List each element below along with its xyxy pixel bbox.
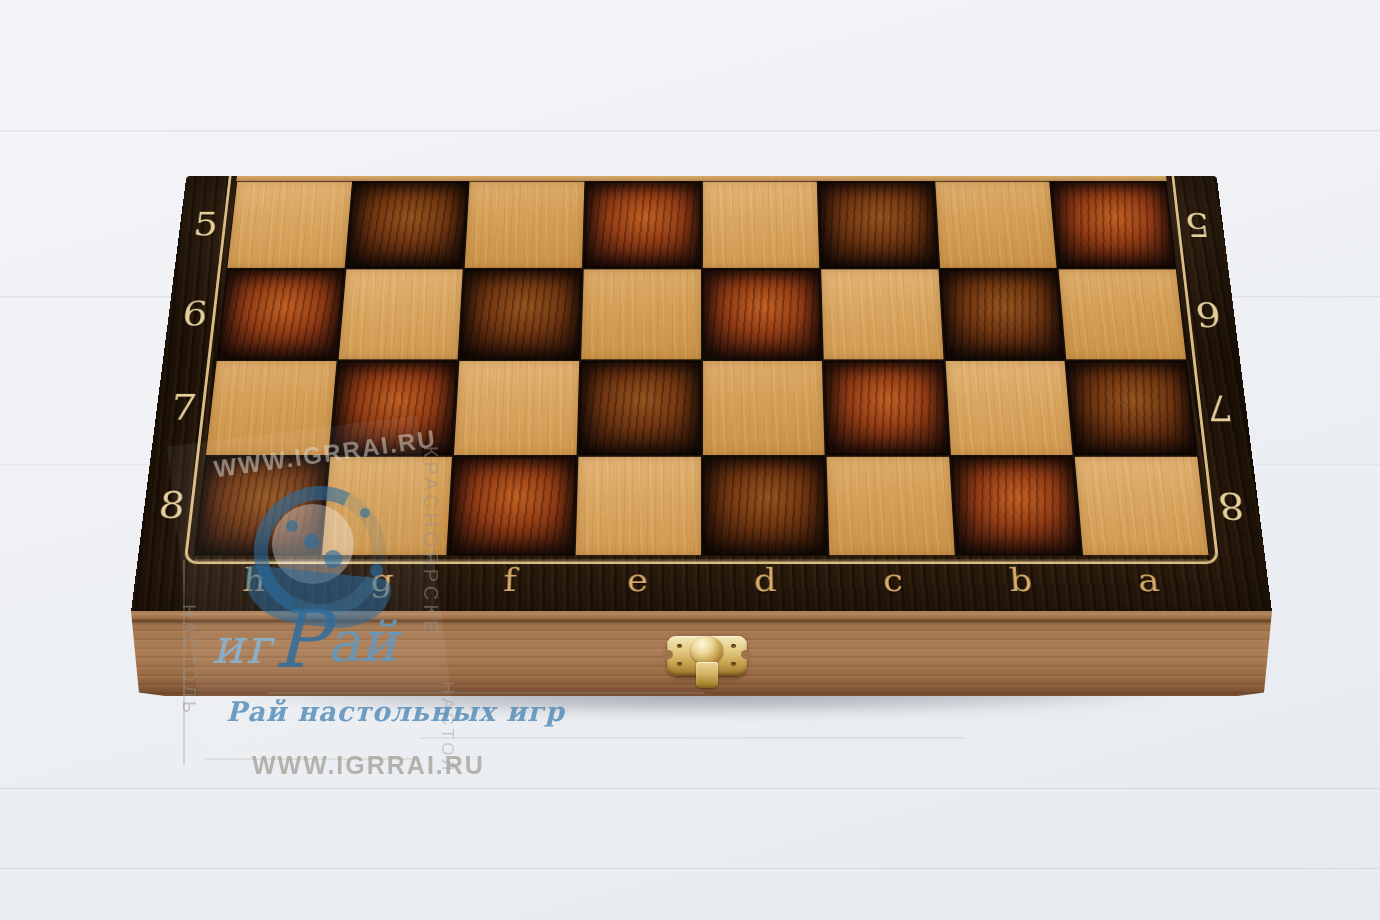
clasp-hole [731, 644, 736, 648]
square-b6 [940, 269, 1065, 359]
square-a7 [1067, 361, 1197, 455]
chess-box-lid: 5678 5678 hgfedcba [131, 176, 1272, 612]
square-c8 [827, 457, 955, 555]
board-frame-bottom: hgfedcba [131, 556, 1272, 612]
file-label-c: c [829, 561, 959, 612]
chess-board: 5678 5678 hgfedcba [131, 176, 1272, 612]
clasp-hole [677, 662, 682, 666]
file-label-e: e [573, 561, 702, 612]
square-g5 [346, 182, 468, 268]
rank-label-right-5: 5 [1167, 181, 1229, 269]
clasp-notch [663, 650, 673, 659]
clasp-notch [741, 650, 751, 659]
square-h5 [227, 182, 351, 268]
clasp-dome [691, 636, 723, 664]
square-h8 [194, 457, 327, 555]
board-squares [193, 181, 1209, 556]
file-label-g: g [316, 561, 448, 612]
file-label-h: h [187, 561, 320, 612]
rank-label-right-8: 8 [1198, 456, 1265, 556]
square-a8 [1075, 457, 1208, 555]
square-a6 [1059, 269, 1186, 359]
clasp-tab [696, 662, 718, 688]
square-e8 [575, 457, 700, 555]
square-g7 [330, 361, 458, 455]
square-f6 [460, 269, 582, 359]
square-e6 [581, 269, 701, 359]
file-label-d: d [702, 561, 831, 612]
square-c6 [821, 269, 943, 359]
clasp-hole [731, 662, 736, 666]
photo-scene: 5678 5678 hgfedcba WWW.IGRRAI.RU КРАС [0, 0, 1380, 920]
rank-label-right-6: 6 [1177, 269, 1240, 361]
watermark-frame-line [420, 737, 965, 739]
square-c7 [824, 361, 949, 455]
square-b8 [951, 457, 1082, 555]
square-h7 [206, 361, 336, 455]
file-label-b: b [956, 561, 1088, 612]
square-a5 [1051, 182, 1175, 268]
square-f8 [448, 457, 576, 555]
square-f7 [454, 361, 579, 455]
table-plank-line [0, 868, 1380, 871]
square-h6 [217, 269, 344, 359]
square-b5 [935, 182, 1057, 268]
watermark-frame-line [205, 758, 420, 760]
rank-label-right-7: 7 [1187, 360, 1252, 456]
watermark-url: WWW.IGRRAI.RU [252, 751, 485, 780]
square-d5 [702, 182, 819, 268]
file-label-f: f [444, 561, 574, 612]
square-e5 [584, 182, 701, 268]
table-plank-line [0, 788, 1380, 791]
square-b7 [945, 361, 1073, 455]
square-c5 [819, 182, 938, 268]
square-g6 [338, 269, 463, 359]
file-label-a: a [1083, 561, 1216, 612]
square-e7 [578, 361, 700, 455]
square-d7 [702, 361, 824, 455]
square-f5 [465, 182, 584, 268]
clasp-hole [677, 644, 682, 648]
square-d6 [702, 269, 822, 359]
table-plank-line [0, 130, 1380, 133]
brass-clasp [665, 634, 749, 690]
board-center [193, 176, 1209, 556]
square-g8 [321, 457, 452, 555]
square-d8 [702, 457, 827, 555]
